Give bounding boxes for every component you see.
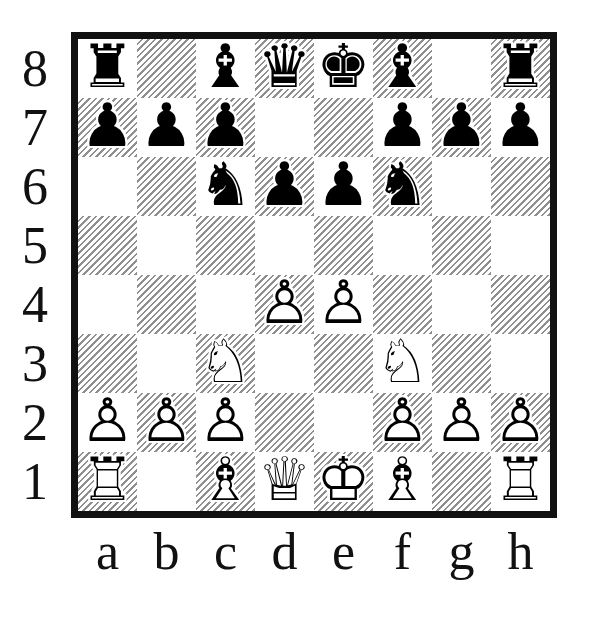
file-label-b: b xyxy=(137,520,196,582)
black-pawn: ♟ xyxy=(491,98,550,158)
square-b7[interactable]: ♟ xyxy=(137,98,196,157)
piece-glyph: ♞ xyxy=(199,154,253,214)
rank-label-3: 3 xyxy=(12,334,58,393)
file-label-e: e xyxy=(314,520,373,582)
piece-glyph: ♙ xyxy=(376,390,430,450)
piece-glyph: ♝ xyxy=(376,36,430,96)
piece-glyph: ♜ xyxy=(494,36,548,96)
file-label-d: d xyxy=(255,520,314,582)
piece-glyph: ♙ xyxy=(140,390,194,450)
piece-glyph: ♙ xyxy=(435,390,489,450)
square-d3[interactable] xyxy=(255,334,314,393)
white-rook: ♜♖ xyxy=(78,452,137,512)
piece-glyph: ♘ xyxy=(199,331,253,391)
file-labels: abcdefgh xyxy=(78,520,550,582)
square-g4[interactable] xyxy=(432,275,491,334)
rank-label-5: 5 xyxy=(12,216,58,275)
white-bishop: ♝♗ xyxy=(373,452,432,512)
piece-glyph: ♞ xyxy=(376,154,430,214)
piece-glyph: ♙ xyxy=(258,272,312,332)
square-g2[interactable]: ♟♙ xyxy=(432,393,491,452)
square-e1[interactable]: ♚♔ xyxy=(314,452,373,511)
square-b4[interactable] xyxy=(137,275,196,334)
chess-diagram-page: 87654321 ♜♝♛♚♝♜♟♟♟♟♟♟♞♟♟♞♟♙♟♙♞♘♞♘♟♙♟♙♟♙♟… xyxy=(0,0,600,622)
piece-glyph: ♘ xyxy=(376,331,430,391)
rank-labels: 87654321 xyxy=(12,39,58,511)
square-g5[interactable] xyxy=(432,216,491,275)
piece-glyph: ♖ xyxy=(81,449,135,509)
white-pawn: ♟♙ xyxy=(137,393,196,453)
square-g1[interactable] xyxy=(432,452,491,511)
piece-glyph: ♝ xyxy=(199,36,253,96)
piece-glyph: ♙ xyxy=(199,390,253,450)
piece-glyph: ♗ xyxy=(376,449,430,509)
square-g6[interactable] xyxy=(432,157,491,216)
piece-glyph: ♙ xyxy=(494,390,548,450)
rank-label-6: 6 xyxy=(12,157,58,216)
square-h1[interactable]: ♜♖ xyxy=(491,452,550,511)
square-d8[interactable]: ♛ xyxy=(255,39,314,98)
square-e6[interactable]: ♟ xyxy=(314,157,373,216)
file-label-f: f xyxy=(373,520,432,582)
square-e4[interactable]: ♟♙ xyxy=(314,275,373,334)
white-pawn: ♟♙ xyxy=(255,275,314,335)
black-pawn: ♟ xyxy=(432,98,491,158)
white-king: ♚♔ xyxy=(314,452,373,512)
square-e3[interactable] xyxy=(314,334,373,393)
square-a5[interactable] xyxy=(78,216,137,275)
square-a4[interactable] xyxy=(78,275,137,334)
square-b5[interactable] xyxy=(137,216,196,275)
black-pawn: ♟ xyxy=(314,157,373,217)
file-label-g: g xyxy=(432,520,491,582)
file-label-c: c xyxy=(196,520,255,582)
piece-glyph: ♟ xyxy=(258,154,312,214)
rank-label-1: 1 xyxy=(12,452,58,511)
piece-glyph: ♕ xyxy=(258,449,312,509)
black-knight: ♞ xyxy=(373,157,432,217)
piece-glyph: ♔ xyxy=(317,449,371,509)
rank-label-4: 4 xyxy=(12,275,58,334)
square-d1[interactable]: ♛♕ xyxy=(255,452,314,511)
black-knight: ♞ xyxy=(196,157,255,217)
rank-label-8: 8 xyxy=(12,39,58,98)
white-pawn: ♟♙ xyxy=(432,393,491,453)
square-c5[interactable] xyxy=(196,216,255,275)
rank-label-2: 2 xyxy=(12,393,58,452)
black-pawn: ♟ xyxy=(78,98,137,158)
square-a1[interactable]: ♜♖ xyxy=(78,452,137,511)
piece-glyph: ♟ xyxy=(81,95,135,155)
piece-glyph: ♟ xyxy=(140,95,194,155)
square-d4[interactable]: ♟♙ xyxy=(255,275,314,334)
square-g7[interactable]: ♟ xyxy=(432,98,491,157)
white-pawn: ♟♙ xyxy=(314,275,373,335)
square-f6[interactable]: ♞ xyxy=(373,157,432,216)
square-b1[interactable] xyxy=(137,452,196,511)
piece-glyph: ♙ xyxy=(317,272,371,332)
square-c6[interactable]: ♞ xyxy=(196,157,255,216)
rank-label-7: 7 xyxy=(12,98,58,157)
piece-glyph: ♚ xyxy=(317,36,371,96)
square-b2[interactable]: ♟♙ xyxy=(137,393,196,452)
piece-glyph: ♖ xyxy=(494,449,548,509)
piece-glyph: ♗ xyxy=(199,449,253,509)
white-queen: ♛♕ xyxy=(255,452,314,512)
square-h6[interactable] xyxy=(491,157,550,216)
square-b6[interactable] xyxy=(137,157,196,216)
square-h5[interactable] xyxy=(491,216,550,275)
square-c1[interactable]: ♝♗ xyxy=(196,452,255,511)
square-f5[interactable] xyxy=(373,216,432,275)
square-h4[interactable] xyxy=(491,275,550,334)
square-d6[interactable]: ♟ xyxy=(255,157,314,216)
piece-glyph: ♙ xyxy=(81,390,135,450)
file-label-h: h xyxy=(491,520,550,582)
black-pawn: ♟ xyxy=(255,157,314,217)
black-queen: ♛ xyxy=(255,39,314,99)
square-a7[interactable]: ♟ xyxy=(78,98,137,157)
piece-glyph: ♛ xyxy=(258,36,312,96)
square-h7[interactable]: ♟ xyxy=(491,98,550,157)
piece-glyph: ♟ xyxy=(494,95,548,155)
piece-glyph: ♟ xyxy=(317,154,371,214)
white-rook: ♜♖ xyxy=(491,452,550,512)
piece-glyph: ♜ xyxy=(81,36,135,96)
piece-glyph: ♟ xyxy=(435,95,489,155)
black-pawn: ♟ xyxy=(137,98,196,158)
black-king: ♚ xyxy=(314,39,373,99)
piece-glyph: ♟ xyxy=(376,95,430,155)
square-f1[interactable]: ♝♗ xyxy=(373,452,432,511)
piece-glyph: ♟ xyxy=(199,95,253,155)
square-e8[interactable]: ♚ xyxy=(314,39,373,98)
board: ♜♝♛♚♝♜♟♟♟♟♟♟♞♟♟♞♟♙♟♙♞♘♞♘♟♙♟♙♟♙♟♙♟♙♟♙♜♖♝♗… xyxy=(71,32,557,518)
white-bishop: ♝♗ xyxy=(196,452,255,512)
file-label-a: a xyxy=(78,520,137,582)
square-a6[interactable] xyxy=(78,157,137,216)
